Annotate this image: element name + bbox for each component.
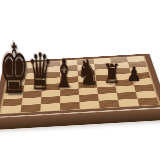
pieces-layer: ♚♛♝♞♜♟	[0, 0, 160, 160]
black-rook-glyph: ♜	[103, 61, 121, 87]
black-rook: ♜	[101, 63, 123, 87]
black-knight-glyph: ♞	[77, 56, 100, 91]
black-bishop-glyph: ♝	[54, 54, 75, 93]
photo-stage: ♚♛♝♞♜♟	[0, 0, 160, 160]
black-pawn-glyph: ♟	[126, 64, 141, 84]
black-bishop: ♝	[51, 63, 78, 93]
black-knight: ♞	[75, 60, 102, 90]
black-pawn: ♟	[125, 65, 142, 84]
black-queen-glyph: ♛	[28, 46, 52, 96]
